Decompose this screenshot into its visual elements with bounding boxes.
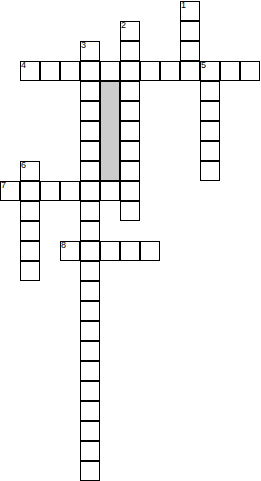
crossword-cell[interactable] xyxy=(200,121,220,141)
clue-number: 8 xyxy=(61,241,66,250)
crossword-cell[interactable] xyxy=(80,341,100,361)
crossword-cell[interactable] xyxy=(120,181,140,201)
clue-number-holder: 4 xyxy=(20,61,40,81)
clue-number: 3 xyxy=(81,41,86,50)
clue-number: 6 xyxy=(21,161,26,170)
crossword-cell[interactable] xyxy=(20,241,40,261)
crossword-cell[interactable] xyxy=(80,261,100,281)
crossword-cell[interactable] xyxy=(120,61,140,81)
crossword-cell[interactable] xyxy=(80,141,100,161)
clue-number: 7 xyxy=(1,181,6,190)
crossword-cell[interactable] xyxy=(120,201,140,221)
crossword-cell[interactable] xyxy=(180,21,200,41)
clue-number: 2 xyxy=(121,21,126,30)
clue-number-holder: 8 xyxy=(60,241,80,261)
crossword-cell[interactable] xyxy=(40,61,60,81)
crossword-cell[interactable] xyxy=(100,241,120,261)
clue-number-holder: 7 xyxy=(0,181,20,201)
crossword-cell[interactable] xyxy=(80,201,100,221)
crossword-cell[interactable] xyxy=(80,161,100,181)
crossword-cell[interactable] xyxy=(160,61,180,81)
clue-number-holder: 6 xyxy=(20,161,40,181)
clue-number: 1 xyxy=(181,1,186,10)
crossword-cell[interactable] xyxy=(220,61,240,81)
clue-number-holder: 1 xyxy=(180,1,200,21)
crossword-cell[interactable] xyxy=(80,121,100,141)
crossword-cell[interactable] xyxy=(120,121,140,141)
crossword-cell[interactable] xyxy=(180,61,200,81)
crossword-cell[interactable] xyxy=(80,281,100,301)
crossword-cell[interactable] xyxy=(120,241,140,261)
crossword-cell[interactable] xyxy=(80,241,100,261)
crossword-cell[interactable] xyxy=(20,201,40,221)
crossword-cell[interactable] xyxy=(80,61,100,81)
crossword-cell[interactable] xyxy=(80,441,100,461)
crossword-cell[interactable] xyxy=(200,101,220,121)
crossword-cell[interactable] xyxy=(120,101,140,121)
crossword-cell[interactable] xyxy=(20,221,40,241)
crossword-cell[interactable] xyxy=(140,61,160,81)
crossword-cell[interactable] xyxy=(80,461,100,481)
crossword-cell[interactable] xyxy=(180,41,200,61)
crossword-cell[interactable] xyxy=(40,181,60,201)
crossword-cell[interactable] xyxy=(60,181,80,201)
crossword-cell[interactable] xyxy=(240,61,260,81)
crossword-cell[interactable] xyxy=(80,301,100,321)
clue-number-holder: 5 xyxy=(200,61,220,81)
crossword-cell[interactable] xyxy=(120,41,140,61)
crossword-cell[interactable] xyxy=(100,61,120,81)
crossword-board: 12345678 xyxy=(0,0,261,481)
crossword-cell[interactable] xyxy=(20,261,40,281)
clue-number: 5 xyxy=(201,61,206,70)
crossword-cell[interactable] xyxy=(120,161,140,181)
crossword-cell[interactable] xyxy=(120,141,140,161)
crossword-cell[interactable] xyxy=(140,241,160,261)
crossword-cell[interactable] xyxy=(120,81,140,101)
hidden-word-shaded-strip[interactable] xyxy=(100,81,120,181)
crossword-cell[interactable] xyxy=(200,141,220,161)
clue-number-holder: 3 xyxy=(80,41,100,61)
crossword-cell[interactable] xyxy=(200,81,220,101)
clue-number: 4 xyxy=(21,61,26,70)
crossword-cell[interactable] xyxy=(80,381,100,401)
crossword-cell[interactable] xyxy=(80,221,100,241)
crossword-cell[interactable] xyxy=(80,101,100,121)
crossword-cell[interactable] xyxy=(80,361,100,381)
crossword-cell[interactable] xyxy=(200,161,220,181)
crossword-cell[interactable] xyxy=(80,181,100,201)
clue-number-holder: 2 xyxy=(120,21,140,41)
crossword-cell[interactable] xyxy=(80,81,100,101)
crossword-cell[interactable] xyxy=(80,421,100,441)
crossword-cell[interactable] xyxy=(20,181,40,201)
crossword-cell[interactable] xyxy=(60,61,80,81)
crossword-cell[interactable] xyxy=(80,321,100,341)
crossword-cell[interactable] xyxy=(80,401,100,421)
crossword-cell[interactable] xyxy=(100,181,120,201)
